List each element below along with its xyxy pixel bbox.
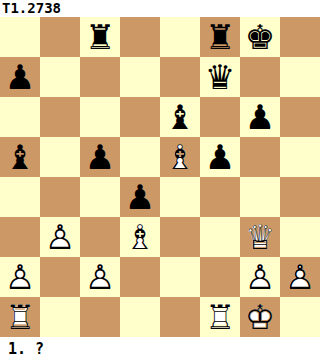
square-a2[interactable]: ♟♙ [0,257,40,297]
black-queen: ♛ [200,57,240,97]
square-a1[interactable]: ♜♖ [0,297,40,337]
square-g7[interactable] [240,57,280,97]
white-rook: ♖ [200,297,240,337]
square-e5[interactable]: ♝♗ [160,137,200,177]
square-b5[interactable] [40,137,80,177]
square-h6[interactable] [280,97,320,137]
black-pawn: ♟ [240,97,280,137]
chess-board: ♜♜♚♟♛♝♟♝♟♝♗♟♟♟♙♝♗♛♕♟♙♟♙♟♙♟♙♜♖♜♖♚♔ [0,17,320,337]
square-e7[interactable] [160,57,200,97]
square-a5[interactable]: ♝ [0,137,40,177]
square-d7[interactable] [120,57,160,97]
square-h5[interactable] [280,137,320,177]
square-d2[interactable] [120,257,160,297]
puzzle-title: T1.2738 [0,0,320,17]
square-f3[interactable] [200,217,240,257]
square-c6[interactable] [80,97,120,137]
square-f7[interactable]: ♛ [200,57,240,97]
black-pawn: ♟ [80,137,120,177]
square-e8[interactable] [160,17,200,57]
square-e3[interactable] [160,217,200,257]
move-prompt: 1. ? [0,337,320,360]
square-c4[interactable] [80,177,120,217]
square-c7[interactable] [80,57,120,97]
black-pawn: ♟ [0,57,40,97]
square-f5[interactable]: ♟ [200,137,240,177]
square-h7[interactable] [280,57,320,97]
white-pawn: ♙ [40,217,80,257]
white-pawn: ♙ [240,257,280,297]
square-a4[interactable] [0,177,40,217]
square-h4[interactable] [280,177,320,217]
white-pawn: ♙ [0,257,40,297]
square-e6[interactable]: ♝ [160,97,200,137]
square-f6[interactable] [200,97,240,137]
square-c2[interactable]: ♟♙ [80,257,120,297]
black-bishop: ♝ [160,97,200,137]
square-f1[interactable]: ♜♖ [200,297,240,337]
square-c5[interactable]: ♟ [80,137,120,177]
square-f2[interactable] [200,257,240,297]
square-e4[interactable] [160,177,200,217]
square-g4[interactable] [240,177,280,217]
black-rook: ♜ [200,17,240,57]
black-pawn: ♟ [200,137,240,177]
white-rook: ♖ [0,297,40,337]
black-bishop: ♝ [0,137,40,177]
square-a8[interactable] [0,17,40,57]
square-e1[interactable] [160,297,200,337]
square-g5[interactable] [240,137,280,177]
white-queen: ♕ [240,217,280,257]
square-d3[interactable]: ♝♗ [120,217,160,257]
square-h8[interactable] [280,17,320,57]
square-g2[interactable]: ♟♙ [240,257,280,297]
square-d1[interactable] [120,297,160,337]
white-king: ♔ [240,297,280,337]
square-h2[interactable]: ♟♙ [280,257,320,297]
square-b4[interactable] [40,177,80,217]
square-d8[interactable] [120,17,160,57]
square-b7[interactable] [40,57,80,97]
square-b8[interactable] [40,17,80,57]
square-g6[interactable]: ♟ [240,97,280,137]
square-f4[interactable] [200,177,240,217]
square-b6[interactable] [40,97,80,137]
black-pawn: ♟ [120,177,160,217]
square-g1[interactable]: ♚♔ [240,297,280,337]
square-a6[interactable] [0,97,40,137]
square-e2[interactable] [160,257,200,297]
square-g8[interactable]: ♚ [240,17,280,57]
square-g3[interactable]: ♛♕ [240,217,280,257]
black-king: ♚ [240,17,280,57]
white-pawn: ♙ [280,257,320,297]
square-d6[interactable] [120,97,160,137]
square-h1[interactable] [280,297,320,337]
square-b2[interactable] [40,257,80,297]
square-a7[interactable]: ♟ [0,57,40,97]
square-d4[interactable]: ♟ [120,177,160,217]
square-b1[interactable] [40,297,80,337]
white-pawn: ♙ [80,257,120,297]
square-a3[interactable] [0,217,40,257]
square-h3[interactable] [280,217,320,257]
square-c1[interactable] [80,297,120,337]
square-b3[interactable]: ♟♙ [40,217,80,257]
square-d5[interactable] [120,137,160,177]
square-c8[interactable]: ♜ [80,17,120,57]
white-bishop: ♗ [120,217,160,257]
square-f8[interactable]: ♜ [200,17,240,57]
black-rook: ♜ [80,17,120,57]
white-bishop: ♗ [160,137,200,177]
square-c3[interactable] [80,217,120,257]
